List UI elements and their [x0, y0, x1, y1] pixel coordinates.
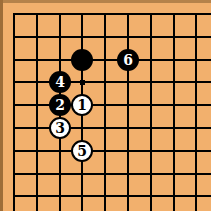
grid-vertical-line — [150, 13, 152, 211]
stone-black-f17-move-6: 6 — [117, 49, 139, 71]
move-number-label: 4 — [55, 75, 65, 89]
stone-black-c15-move-2: 2 — [49, 94, 71, 116]
board-frame-top-edge — [0, 0, 211, 3]
grid-horizontal-line — [13, 59, 211, 61]
grid-vertical-line — [195, 13, 197, 211]
move-number-label: 3 — [55, 121, 65, 135]
grid-horizontal-line — [13, 150, 211, 152]
go-board: 642135 — [0, 0, 211, 211]
grid-horizontal-line — [13, 127, 211, 129]
move-number-label: 5 — [77, 144, 87, 158]
move-number-label: 1 — [77, 98, 87, 112]
stone-white-d13-move-5: 5 — [71, 140, 93, 162]
grid-horizontal-line — [13, 195, 211, 197]
grid-horizontal-line — [13, 36, 211, 38]
stone-black-c16-move-4: 4 — [49, 71, 71, 93]
move-number-label: 6 — [123, 53, 133, 67]
stone-white-d15-move-1: 1 — [71, 94, 93, 116]
grid-vertical-line — [104, 13, 106, 211]
go-joseki-diagram: 642135 — [0, 0, 211, 211]
grid-vertical-line — [13, 13, 15, 211]
hoshi-point-d16 — [80, 80, 85, 85]
grid-horizontal-line — [13, 81, 211, 83]
grid-vertical-line — [127, 13, 129, 211]
grid-vertical-line — [173, 13, 175, 211]
move-number-label: 2 — [55, 98, 65, 112]
grid-horizontal-line — [13, 13, 211, 15]
board-frame-left-edge — [0, 0, 3, 211]
grid-horizontal-line — [13, 173, 211, 175]
stone-white-c14-move-3: 3 — [49, 117, 71, 139]
stone-black-d17 — [71, 49, 93, 71]
grid-horizontal-line — [13, 104, 211, 106]
grid-vertical-line — [36, 13, 38, 211]
